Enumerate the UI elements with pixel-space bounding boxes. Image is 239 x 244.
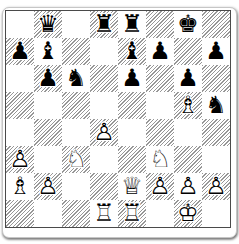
square-d7 xyxy=(90,38,118,65)
square-e6: ♟ xyxy=(118,65,146,92)
black-bishop-piece: ♝ xyxy=(118,38,146,65)
black-pawn-piece: ♟ xyxy=(6,38,34,65)
square-d2 xyxy=(90,173,118,200)
square-b7: ♝ xyxy=(34,38,62,65)
white-piece-outline-layer: ♙ xyxy=(6,146,34,172)
square-e1: ♜♖ xyxy=(118,200,146,227)
square-c6: ♞ xyxy=(62,65,90,92)
square-a7: ♟ xyxy=(6,38,34,65)
square-g6: ♟ xyxy=(174,65,202,92)
square-b1 xyxy=(34,200,62,227)
white-knight-piece: ♞♘ xyxy=(62,146,90,173)
square-b3 xyxy=(34,146,62,173)
white-piece-outline-layer: ♖ xyxy=(90,200,118,226)
square-d8: ♜ xyxy=(90,11,118,38)
white-piece-outline-layer: ♗ xyxy=(6,173,34,199)
chess-board: ♛♜♜♚♟♝♝♟♟♟♞♟♟♝♗♞♟♙♟♙♞♘♞♘♝♗♟♙♛♕♟♙♟♙♟♙♜♖♜♖… xyxy=(5,10,231,228)
square-c8 xyxy=(62,11,90,38)
black-queen-piece: ♛ xyxy=(34,11,62,38)
black-king-piece: ♚ xyxy=(174,11,202,38)
square-d4: ♟♙ xyxy=(90,119,118,146)
square-g3 xyxy=(174,146,202,173)
white-rook-piece: ♜♖ xyxy=(118,200,146,227)
square-g5: ♝♗ xyxy=(174,92,202,119)
white-rook-piece: ♜♖ xyxy=(90,200,118,227)
square-a3: ♟♙ xyxy=(6,146,34,173)
white-pawn-piece: ♟♙ xyxy=(174,173,202,200)
black-piece-glyph: ♛ xyxy=(34,11,62,37)
square-c2 xyxy=(62,173,90,200)
black-piece-glyph: ♚ xyxy=(174,11,202,37)
black-pawn-piece: ♟ xyxy=(202,38,230,65)
square-a6 xyxy=(6,65,34,92)
square-h2: ♟♙ xyxy=(202,173,230,200)
square-g2: ♟♙ xyxy=(174,173,202,200)
square-f4 xyxy=(146,119,174,146)
white-pawn-piece: ♟♙ xyxy=(34,173,62,200)
square-a4 xyxy=(6,119,34,146)
square-c4 xyxy=(62,119,90,146)
square-h5: ♞ xyxy=(202,92,230,119)
square-g8: ♚ xyxy=(174,11,202,38)
black-piece-glyph: ♜ xyxy=(118,11,146,37)
black-piece-glyph: ♟ xyxy=(118,65,146,91)
square-a8 xyxy=(6,11,34,38)
white-piece-outline-layer: ♙ xyxy=(34,173,62,199)
white-queen-piece: ♛♕ xyxy=(118,173,146,200)
black-knight-piece: ♞ xyxy=(202,92,230,119)
square-h8 xyxy=(202,11,230,38)
square-e3 xyxy=(118,146,146,173)
square-f7: ♟ xyxy=(146,38,174,65)
white-king-piece: ♚♔ xyxy=(174,200,202,227)
square-h4 xyxy=(202,119,230,146)
black-pawn-piece: ♟ xyxy=(118,65,146,92)
square-g1: ♚♔ xyxy=(174,200,202,227)
black-piece-glyph: ♟ xyxy=(202,38,230,64)
square-d3 xyxy=(90,146,118,173)
black-pawn-piece: ♟ xyxy=(146,38,174,65)
black-pawn-piece: ♟ xyxy=(34,65,62,92)
square-f2: ♟♙ xyxy=(146,173,174,200)
white-piece-outline-layer: ♘ xyxy=(62,146,90,172)
black-piece-glyph: ♟ xyxy=(146,38,174,64)
square-c1 xyxy=(62,200,90,227)
white-piece-outline-layer: ♙ xyxy=(174,173,202,199)
square-a5 xyxy=(6,92,34,119)
square-c7 xyxy=(62,38,90,65)
screenshot-canvas: ♛♜♜♚♟♝♝♟♟♟♞♟♟♝♗♞♟♙♟♙♞♘♞♘♝♗♟♙♛♕♟♙♟♙♟♙♜♖♜♖… xyxy=(0,0,239,244)
white-piece-outline-layer: ♙ xyxy=(146,173,174,199)
square-e8: ♜ xyxy=(118,11,146,38)
square-e2: ♛♕ xyxy=(118,173,146,200)
white-piece-outline-layer: ♗ xyxy=(174,92,202,118)
image-frame: ♛♜♜♚♟♝♝♟♟♟♞♟♟♝♗♞♟♙♟♙♞♘♞♘♝♗♟♙♛♕♟♙♟♙♟♙♜♖♜♖… xyxy=(2,7,237,238)
square-g4 xyxy=(174,119,202,146)
black-rook-piece: ♜ xyxy=(118,11,146,38)
black-rook-piece: ♜ xyxy=(90,11,118,38)
square-d1: ♜♖ xyxy=(90,200,118,227)
square-e5 xyxy=(118,92,146,119)
black-knight-piece: ♞ xyxy=(62,65,90,92)
black-bishop-piece: ♝ xyxy=(34,38,62,65)
square-f8 xyxy=(146,11,174,38)
black-piece-glyph: ♜ xyxy=(90,11,118,37)
white-piece-outline-layer: ♙ xyxy=(202,173,230,199)
square-h7: ♟ xyxy=(202,38,230,65)
square-b8: ♛ xyxy=(34,11,62,38)
black-piece-glyph: ♞ xyxy=(202,92,230,118)
white-piece-outline-layer: ♔ xyxy=(174,200,202,226)
square-e4 xyxy=(118,119,146,146)
black-piece-glyph: ♟ xyxy=(34,65,62,91)
square-b6: ♟ xyxy=(34,65,62,92)
white-piece-outline-layer: ♖ xyxy=(118,200,146,226)
white-piece-outline-layer: ♕ xyxy=(118,173,146,199)
black-pawn-piece: ♟ xyxy=(174,65,202,92)
square-a2: ♝♗ xyxy=(6,173,34,200)
square-g7 xyxy=(174,38,202,65)
square-d6 xyxy=(90,65,118,92)
white-piece-outline-layer: ♘ xyxy=(146,146,174,172)
square-h1 xyxy=(202,200,230,227)
square-b5 xyxy=(34,92,62,119)
white-pawn-piece: ♟♙ xyxy=(90,119,118,146)
white-pawn-piece: ♟♙ xyxy=(146,173,174,200)
white-piece-outline-layer: ♙ xyxy=(90,119,118,145)
white-bishop-piece: ♝♗ xyxy=(174,92,202,119)
square-f1 xyxy=(146,200,174,227)
square-b4 xyxy=(34,119,62,146)
black-piece-glyph: ♝ xyxy=(118,38,146,64)
square-e7: ♝ xyxy=(118,38,146,65)
square-h6 xyxy=(202,65,230,92)
white-knight-piece: ♞♘ xyxy=(146,146,174,173)
black-piece-glyph: ♝ xyxy=(34,38,62,64)
square-h3 xyxy=(202,146,230,173)
black-piece-glyph: ♟ xyxy=(6,38,34,64)
square-a1 xyxy=(6,200,34,227)
square-c3: ♞♘ xyxy=(62,146,90,173)
square-c5 xyxy=(62,92,90,119)
white-bishop-piece: ♝♗ xyxy=(6,173,34,200)
square-b2: ♟♙ xyxy=(34,173,62,200)
square-f3: ♞♘ xyxy=(146,146,174,173)
square-f6 xyxy=(146,65,174,92)
white-pawn-piece: ♟♙ xyxy=(202,173,230,200)
white-pawn-piece: ♟♙ xyxy=(6,146,34,173)
black-piece-glyph: ♞ xyxy=(62,65,90,91)
black-piece-glyph: ♟ xyxy=(174,65,202,91)
square-d5 xyxy=(90,92,118,119)
square-f5 xyxy=(146,92,174,119)
